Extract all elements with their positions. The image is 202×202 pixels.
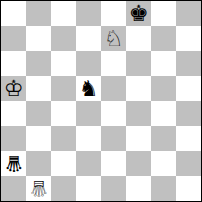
square-e1[interactable]	[101, 176, 126, 201]
square-b5[interactable]	[26, 76, 51, 101]
square-b1[interactable]: ♕	[26, 176, 51, 201]
square-g4[interactable]	[151, 101, 176, 126]
square-a6[interactable]	[1, 51, 26, 76]
square-f1[interactable]	[126, 176, 151, 201]
square-c3[interactable]	[51, 126, 76, 151]
square-d1[interactable]	[76, 176, 101, 201]
square-f4[interactable]	[126, 101, 151, 126]
square-a3[interactable]	[1, 126, 26, 151]
piece-white-knight: ♘	[104, 26, 124, 51]
square-a5[interactable]: ♔	[1, 76, 26, 101]
square-g6[interactable]	[151, 51, 176, 76]
square-f2[interactable]	[126, 151, 151, 176]
square-b3[interactable]	[26, 126, 51, 151]
square-h1[interactable]	[176, 176, 201, 201]
square-a4[interactable]	[1, 101, 26, 126]
square-e4[interactable]	[101, 101, 126, 126]
chess-board-frame: ♚♘♔♞♛♕	[0, 0, 202, 202]
square-h5[interactable]	[176, 76, 201, 101]
square-g7[interactable]	[151, 26, 176, 51]
square-c5[interactable]	[51, 76, 76, 101]
square-h4[interactable]	[176, 101, 201, 126]
square-b4[interactable]	[26, 101, 51, 126]
square-e5[interactable]	[101, 76, 126, 101]
square-c6[interactable]	[51, 51, 76, 76]
square-b2[interactable]	[26, 151, 51, 176]
square-h6[interactable]	[176, 51, 201, 76]
square-d3[interactable]	[76, 126, 101, 151]
square-e8[interactable]	[101, 1, 126, 26]
piece-white-grasshopper: ♕	[29, 176, 49, 201]
square-f3[interactable]	[126, 126, 151, 151]
square-h8[interactable]	[176, 1, 201, 26]
square-b6[interactable]	[26, 51, 51, 76]
square-e2[interactable]	[101, 151, 126, 176]
square-g1[interactable]	[151, 176, 176, 201]
square-a7[interactable]	[1, 26, 26, 51]
square-g3[interactable]	[151, 126, 176, 151]
square-c1[interactable]	[51, 176, 76, 201]
square-c2[interactable]	[51, 151, 76, 176]
square-c4[interactable]	[51, 101, 76, 126]
square-g5[interactable]	[151, 76, 176, 101]
square-f7[interactable]	[126, 26, 151, 51]
square-c7[interactable]	[51, 26, 76, 51]
square-a1[interactable]	[1, 176, 26, 201]
square-d8[interactable]	[76, 1, 101, 26]
square-d7[interactable]	[76, 26, 101, 51]
square-d4[interactable]	[76, 101, 101, 126]
square-e7[interactable]: ♘	[101, 26, 126, 51]
square-h7[interactable]	[176, 26, 201, 51]
square-f8[interactable]: ♚	[126, 1, 151, 26]
square-h2[interactable]	[176, 151, 201, 176]
square-d5[interactable]: ♞	[76, 76, 101, 101]
square-c8[interactable]	[51, 1, 76, 26]
piece-black-king: ♚	[129, 1, 149, 26]
square-d6[interactable]	[76, 51, 101, 76]
piece-black-knight: ♞	[79, 76, 99, 101]
square-b7[interactable]	[26, 26, 51, 51]
square-a8[interactable]	[1, 1, 26, 26]
chess-board: ♚♘♔♞♛♕	[1, 1, 201, 201]
square-g8[interactable]	[151, 1, 176, 26]
square-f5[interactable]	[126, 76, 151, 101]
piece-white-king: ♔	[4, 76, 24, 101]
square-e3[interactable]	[101, 126, 126, 151]
piece-black-grasshopper: ♛	[4, 151, 24, 176]
square-e6[interactable]	[101, 51, 126, 76]
square-f6[interactable]	[126, 51, 151, 76]
square-d2[interactable]	[76, 151, 101, 176]
square-b8[interactable]	[26, 1, 51, 26]
square-h3[interactable]	[176, 126, 201, 151]
square-g2[interactable]	[151, 151, 176, 176]
square-a2[interactable]: ♛	[1, 151, 26, 176]
